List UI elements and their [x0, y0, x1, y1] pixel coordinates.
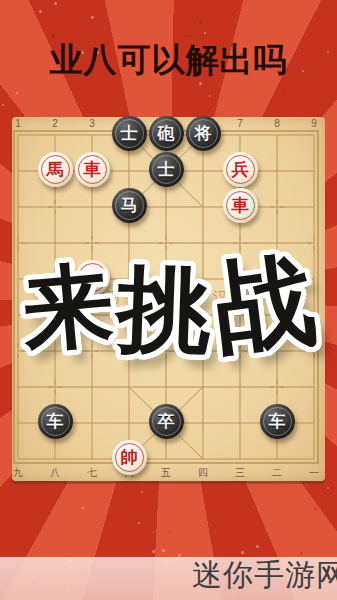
piece-glyph: 車	[78, 155, 107, 184]
piece-glyph: 士	[115, 119, 144, 148]
file-label-bottom: 三	[235, 466, 245, 480]
piece-glyph: 帥	[115, 443, 144, 472]
promo-page: 业八可以解出吗 123456789九八七六五四三二一 楚 河 汉 界 士砲将馬車…	[0, 0, 337, 600]
piece-glyph: 马	[115, 191, 144, 220]
page-title: 业八可以解出吗	[0, 38, 337, 83]
piece-black-advisor[interactable]: 士	[149, 152, 184, 187]
piece-red-horse[interactable]: 馬	[38, 152, 73, 187]
file-label-bottom: 七	[87, 466, 97, 480]
piece-black-advisor[interactable]: 士	[112, 116, 147, 151]
file-label-top: 7	[237, 118, 243, 129]
file-label-top: 3	[89, 118, 95, 129]
piece-black-soldier[interactable]: 卒	[149, 404, 184, 439]
piece-glyph: 卒	[152, 407, 181, 436]
piece-red-chariot[interactable]: 車	[223, 188, 258, 223]
file-label-bottom: 五	[161, 466, 171, 480]
piece-black-horse[interactable]: 马	[112, 188, 147, 223]
piece-red-general[interactable]: 帥	[112, 440, 147, 475]
piece-glyph: 车	[41, 407, 70, 436]
piece-glyph: 将	[189, 119, 218, 148]
piece-red-soldier[interactable]: 兵	[223, 152, 258, 187]
piece-glyph: 車	[226, 191, 255, 220]
file-label-top: 9	[311, 118, 317, 129]
piece-glyph: 兵	[78, 263, 107, 292]
file-label-top: 8	[274, 118, 280, 129]
file-label-bottom: 九	[13, 466, 23, 480]
piece-glyph: 士	[152, 155, 181, 184]
file-label-bottom: 八	[50, 466, 60, 480]
piece-red-chariot[interactable]: 車	[75, 152, 110, 187]
piece-glyph: 馬	[41, 155, 70, 184]
file-label-bottom: 二	[272, 466, 282, 480]
piece-black-general[interactable]: 将	[186, 116, 221, 151]
piece-glyph: 砲	[152, 119, 181, 148]
piece-black-chariot[interactable]: 车	[260, 404, 295, 439]
piece-red-soldier[interactable]: 兵	[75, 260, 110, 295]
watermark-band: 迷你手游网	[0, 557, 337, 600]
piece-black-cannon[interactable]: 砲	[149, 116, 184, 151]
piece-black-chariot[interactable]: 车	[38, 404, 73, 439]
file-label-bottom: 四	[198, 466, 208, 480]
file-label-top: 2	[52, 118, 58, 129]
piece-glyph: 兵	[226, 155, 255, 184]
watermark-text: 迷你手游网	[192, 555, 337, 596]
file-label-top: 1	[15, 118, 21, 129]
piece-glyph: 车	[263, 407, 292, 436]
file-label-bottom: 一	[309, 466, 319, 480]
river-text-right: 汉 界	[212, 288, 267, 307]
